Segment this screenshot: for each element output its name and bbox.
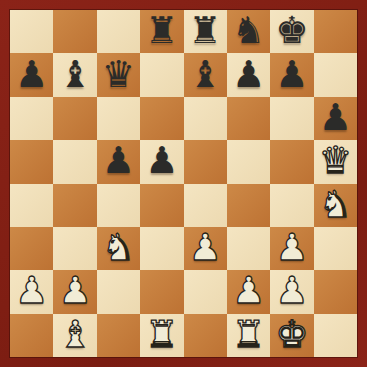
square-d3[interactable] (140, 227, 183, 270)
square-e1[interactable] (184, 314, 227, 357)
square-f6[interactable] (227, 97, 270, 140)
white-pawn-e3[interactable]: ♟ (189, 227, 222, 269)
chess-board: ♜♜♞♚♟♝♛♝♟♟♟♟♟♛♞♞♟♟♟♟♟♟♝♜♜♚ (10, 10, 357, 357)
square-b2[interactable]: ♟ (53, 270, 96, 313)
square-d8[interactable]: ♜ (140, 10, 183, 53)
black-rook-d8[interactable]: ♜ (145, 10, 178, 52)
square-c2[interactable] (97, 270, 140, 313)
square-f3[interactable] (227, 227, 270, 270)
square-d7[interactable] (140, 53, 183, 96)
white-bishop-b1[interactable]: ♝ (58, 314, 91, 356)
square-h6[interactable]: ♟ (314, 97, 357, 140)
square-f1[interactable]: ♜ (227, 314, 270, 357)
square-b8[interactable] (53, 10, 96, 53)
square-c5[interactable]: ♟ (97, 140, 140, 183)
black-rook-e8[interactable]: ♜ (189, 10, 222, 52)
square-d5[interactable]: ♟ (140, 140, 183, 183)
square-a6[interactable] (10, 97, 53, 140)
white-knight-h4[interactable]: ♞ (319, 184, 352, 226)
square-d1[interactable]: ♜ (140, 314, 183, 357)
square-c7[interactable]: ♛ (97, 53, 140, 96)
square-f5[interactable] (227, 140, 270, 183)
black-bishop-e7[interactable]: ♝ (189, 53, 222, 95)
black-pawn-c5[interactable]: ♟ (102, 140, 135, 182)
square-b4[interactable] (53, 184, 96, 227)
square-b7[interactable]: ♝ (53, 53, 96, 96)
black-pawn-h6[interactable]: ♟ (319, 97, 352, 139)
square-h4[interactable]: ♞ (314, 184, 357, 227)
square-g5[interactable] (270, 140, 313, 183)
square-d6[interactable] (140, 97, 183, 140)
square-a8[interactable] (10, 10, 53, 53)
square-b1[interactable]: ♝ (53, 314, 96, 357)
square-g7[interactable]: ♟ (270, 53, 313, 96)
square-h5[interactable]: ♛ (314, 140, 357, 183)
square-b3[interactable] (53, 227, 96, 270)
white-king-g1[interactable]: ♚ (275, 314, 308, 356)
white-pawn-f2[interactable]: ♟ (232, 270, 265, 312)
square-g3[interactable]: ♟ (270, 227, 313, 270)
white-rook-f1[interactable]: ♜ (232, 314, 265, 356)
square-e4[interactable] (184, 184, 227, 227)
black-pawn-g7[interactable]: ♟ (275, 53, 308, 95)
square-f8[interactable]: ♞ (227, 10, 270, 53)
square-e7[interactable]: ♝ (184, 53, 227, 96)
square-h8[interactable] (314, 10, 357, 53)
square-e8[interactable]: ♜ (184, 10, 227, 53)
square-a4[interactable] (10, 184, 53, 227)
square-e6[interactable] (184, 97, 227, 140)
white-rook-d1[interactable]: ♜ (145, 314, 178, 356)
white-pawn-a2[interactable]: ♟ (15, 270, 48, 312)
square-g4[interactable] (270, 184, 313, 227)
chess-board-frame: ♜♜♞♚♟♝♛♝♟♟♟♟♟♛♞♞♟♟♟♟♟♟♝♜♜♚ (0, 0, 367, 367)
square-h2[interactable] (314, 270, 357, 313)
square-a1[interactable] (10, 314, 53, 357)
square-c4[interactable] (97, 184, 140, 227)
square-e3[interactable]: ♟ (184, 227, 227, 270)
square-c8[interactable] (97, 10, 140, 53)
square-c1[interactable] (97, 314, 140, 357)
white-pawn-g2[interactable]: ♟ (275, 270, 308, 312)
black-knight-f8[interactable]: ♞ (232, 10, 265, 52)
square-f2[interactable]: ♟ (227, 270, 270, 313)
square-d4[interactable] (140, 184, 183, 227)
square-c3[interactable]: ♞ (97, 227, 140, 270)
white-knight-c3[interactable]: ♞ (102, 227, 135, 269)
white-pawn-g3[interactable]: ♟ (275, 227, 308, 269)
square-d2[interactable] (140, 270, 183, 313)
black-king-g8[interactable]: ♚ (275, 10, 308, 52)
white-pawn-b2[interactable]: ♟ (58, 270, 91, 312)
square-f4[interactable] (227, 184, 270, 227)
square-g1[interactable]: ♚ (270, 314, 313, 357)
square-g2[interactable]: ♟ (270, 270, 313, 313)
square-e2[interactable] (184, 270, 227, 313)
black-pawn-d5[interactable]: ♟ (145, 140, 178, 182)
white-queen-h5[interactable]: ♛ (319, 140, 352, 182)
black-pawn-a7[interactable]: ♟ (15, 53, 48, 95)
square-f7[interactable]: ♟ (227, 53, 270, 96)
square-a3[interactable] (10, 227, 53, 270)
square-e5[interactable] (184, 140, 227, 183)
square-g8[interactable]: ♚ (270, 10, 313, 53)
square-h1[interactable] (314, 314, 357, 357)
square-a7[interactable]: ♟ (10, 53, 53, 96)
square-a5[interactable] (10, 140, 53, 183)
square-h3[interactable] (314, 227, 357, 270)
square-a2[interactable]: ♟ (10, 270, 53, 313)
black-pawn-f7[interactable]: ♟ (232, 53, 265, 95)
square-b5[interactable] (53, 140, 96, 183)
square-g6[interactable] (270, 97, 313, 140)
square-h7[interactable] (314, 53, 357, 96)
square-b6[interactable] (53, 97, 96, 140)
square-c6[interactable] (97, 97, 140, 140)
black-bishop-b7[interactable]: ♝ (58, 53, 91, 95)
black-queen-c7[interactable]: ♛ (102, 53, 135, 95)
